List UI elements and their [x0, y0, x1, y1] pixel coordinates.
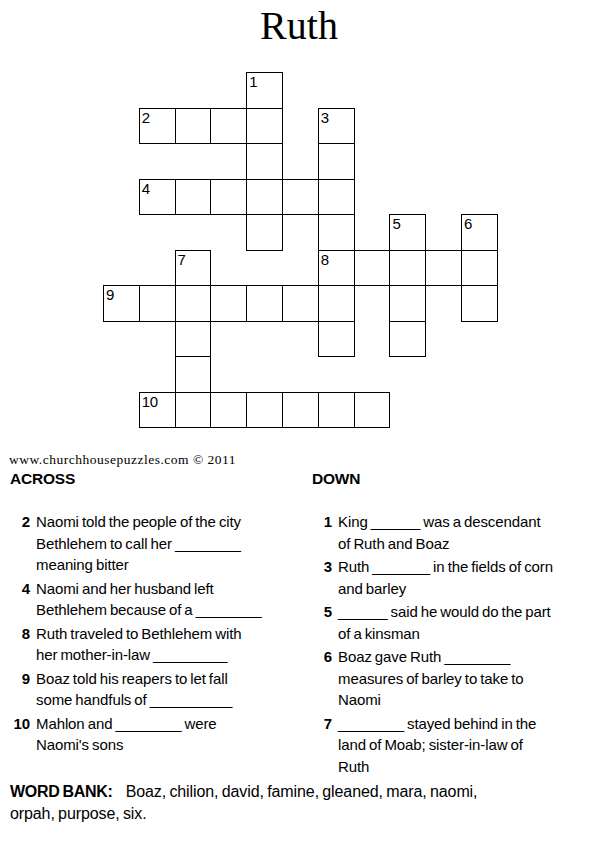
grid-cell-r6c9[interactable]	[389, 250, 426, 287]
grid-cell-r3c7[interactable]	[318, 143, 355, 180]
grid-cell-r4c2[interactable]: 4	[139, 179, 176, 216]
clue-number-6: 6	[462, 215, 497, 232]
crossword-grid: 12345678910	[103, 72, 498, 428]
grid-cell-r10c4[interactable]	[210, 392, 247, 429]
grid-cell-r2c3[interactable]	[175, 108, 212, 145]
clue-text: ________ stayed behind in the land of Mo…	[338, 713, 536, 778]
down-clue-3: 3Ruth _______ in the fields of corn and …	[310, 556, 598, 599]
across-header: ACROSS	[10, 470, 75, 488]
grid-cell-r8c7[interactable]	[318, 321, 355, 358]
grid-cell-r7c3[interactable]	[175, 285, 212, 322]
across-clue-list: 2Naomi told the people of the city Bethl…	[8, 511, 294, 758]
grid-cell-r6c11[interactable]	[461, 250, 498, 287]
clue-number-4: 4	[140, 180, 175, 197]
clue-number-10: 10	[140, 393, 175, 410]
across-clue-9: 9Boaz told his reapers to let fall some …	[8, 668, 294, 711]
grid-cell-r4c6[interactable]	[282, 179, 319, 216]
grid-cell-r1c5[interactable]: 1	[246, 72, 283, 109]
clue-number-label: 6	[310, 646, 338, 711]
grid-cell-r4c7[interactable]	[318, 179, 355, 216]
clue-number-5: 5	[390, 215, 425, 232]
clue-number-label: 10	[8, 713, 36, 756]
grid-cell-r4c4[interactable]	[210, 179, 247, 216]
grid-cell-r2c4[interactable]	[210, 108, 247, 145]
down-clue-1: 1King ______ was a descendant of Ruth an…	[310, 511, 598, 554]
grid-cell-r6c3[interactable]: 7	[175, 250, 212, 287]
across-clue-4: 4Naomi and her husband left Bethlehem be…	[8, 578, 294, 621]
grid-cell-r6c8[interactable]	[354, 250, 391, 287]
grid-cell-r7c1[interactable]: 9	[103, 285, 140, 322]
grid-cell-r10c3[interactable]	[175, 392, 212, 429]
clue-number-1: 1	[247, 73, 282, 90]
grid-cell-r3c5[interactable]	[246, 143, 283, 180]
clue-number-3: 3	[319, 109, 354, 126]
clue-number-label: 4	[8, 578, 36, 621]
clue-text: Mahlon and ________ were Naomi's sons	[36, 713, 217, 756]
grid-cell-r7c5[interactable]	[246, 285, 283, 322]
across-clue-2: 2Naomi told the people of the city Bethl…	[8, 511, 294, 576]
clue-number-2: 2	[140, 109, 175, 126]
grid-cell-r8c3[interactable]	[175, 321, 212, 358]
clue-number-label: 3	[310, 556, 338, 599]
grid-cell-r7c11[interactable]	[461, 285, 498, 322]
down-clue-7: 7________ stayed behind in the land of M…	[310, 713, 598, 778]
clue-text: Naomi told the people of the city Bethle…	[36, 511, 241, 576]
grid-cell-r10c5[interactable]	[246, 392, 283, 429]
grid-cell-r6c7[interactable]: 8	[318, 250, 355, 287]
grid-cell-r10c2[interactable]: 10	[139, 392, 176, 429]
clue-text: Ruth traveled to Bethlehem with her moth…	[36, 623, 242, 666]
clue-text: ______ said he would do the part of a ki…	[338, 601, 551, 644]
grid-cell-r10c7[interactable]	[318, 392, 355, 429]
grid-cell-r2c2[interactable]: 2	[139, 108, 176, 145]
grid-cell-r7c6[interactable]	[282, 285, 319, 322]
clue-text: King ______ was a descendant of Ruth and…	[338, 511, 541, 554]
clue-text: Ruth _______ in the fields of corn and b…	[338, 556, 553, 599]
clue-text: Boaz gave Ruth ________ measures of barl…	[338, 646, 524, 711]
grid-cell-r5c11[interactable]: 6	[461, 214, 498, 251]
grid-cell-r7c4[interactable]	[210, 285, 247, 322]
across-clue-8: 8Ruth traveled to Bethlehem with her mot…	[8, 623, 294, 666]
down-header: DOWN	[312, 470, 360, 488]
word-bank-label: WORD BANK:	[10, 783, 113, 800]
grid-cell-r7c9[interactable]	[389, 285, 426, 322]
clue-number-7: 7	[176, 251, 211, 268]
copyright-line: www.churchhousepuzzles.com © 2011	[9, 452, 236, 468]
puzzle-title: Ruth	[0, 5, 598, 47]
grid-cell-r2c7[interactable]: 3	[318, 108, 355, 145]
clue-number-label: 7	[310, 713, 338, 778]
clue-text: Boaz told his reapers to let fall some h…	[36, 668, 232, 711]
grid-cell-r8c9[interactable]	[389, 321, 426, 358]
down-clue-6: 6Boaz gave Ruth ________ measures of bar…	[310, 646, 598, 711]
down-clue-list: 1King ______ was a descendant of Ruth an…	[310, 511, 598, 779]
down-clue-5: 5______ said he would do the part of a k…	[310, 601, 598, 644]
grid-cell-r6c10[interactable]	[425, 250, 462, 287]
grid-cell-r10c8[interactable]	[354, 392, 391, 429]
clue-number-label: 8	[8, 623, 36, 666]
clue-number-label: 9	[8, 668, 36, 711]
grid-cell-r7c7[interactable]	[318, 285, 355, 322]
clue-number-8: 8	[319, 251, 354, 268]
word-bank: WORD BANK:Boaz, chilion, david, famine, …	[10, 781, 590, 825]
clue-number-label: 1	[310, 511, 338, 554]
grid-cell-r4c5[interactable]	[246, 179, 283, 216]
grid-cell-r5c5[interactable]	[246, 214, 283, 251]
grid-cell-r9c3[interactable]	[175, 356, 212, 393]
clue-number-label: 2	[8, 511, 36, 576]
grid-cell-r4c3[interactable]	[175, 179, 212, 216]
grid-cell-r7c2[interactable]	[139, 285, 176, 322]
grid-cell-r10c6[interactable]	[282, 392, 319, 429]
grid-cell-r2c5[interactable]	[246, 108, 283, 145]
grid-cell-r5c7[interactable]	[318, 214, 355, 251]
clue-number-9: 9	[104, 286, 139, 303]
clue-number-label: 5	[310, 601, 338, 644]
grid-cell-r5c9[interactable]: 5	[389, 214, 426, 251]
clue-text: Naomi and her husband left Bethlehem bec…	[36, 578, 262, 621]
across-clue-10: 10Mahlon and ________ were Naomi's sons	[8, 713, 294, 756]
